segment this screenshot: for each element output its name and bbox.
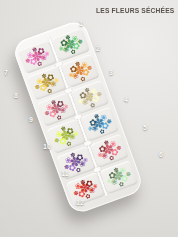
- compartment-number-11: 11: [61, 170, 68, 177]
- flower-glyph: ❀: [53, 77, 60, 84]
- page-title: LES FLEURS SÉCHÉES: [96, 7, 174, 14]
- flower-glyph: ❀: [63, 103, 70, 110]
- compartment-number-4: 4: [124, 96, 128, 103]
- compartment-number-6: 6: [159, 151, 163, 158]
- compartment-number-7: 7: [4, 69, 8, 76]
- compartment-number-9: 9: [29, 116, 33, 123]
- compartment-number-12: 12: [76, 199, 84, 206]
- photo-stage: ✽❀✿✿❀✽✽❀✿✽❀✿✿❀✽✽❀✿✽❀✿✿❀✽✽❀✿✽❀✿✿❀✽✽❀✿✽❀✿✿…: [0, 0, 178, 237]
- compartment-number-8: 8: [14, 92, 18, 99]
- compartment-number-10: 10: [43, 143, 51, 150]
- compartment-number-2: 2: [96, 45, 100, 52]
- flower-glyph: ❀: [92, 183, 99, 190]
- compartment-number-5: 5: [143, 124, 147, 131]
- compartment-number-1: 1: [79, 20, 83, 27]
- flower-glyph: ❀: [43, 50, 50, 57]
- flower-glyph: ❀: [82, 156, 89, 163]
- flower-glyph: ❀: [72, 130, 79, 137]
- compartment-number-3: 3: [109, 69, 113, 76]
